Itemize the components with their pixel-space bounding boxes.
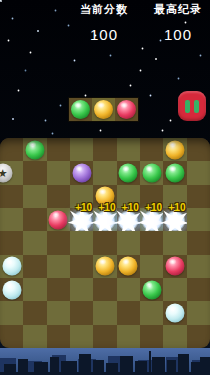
ball-cyan[interactable] bbox=[165, 303, 184, 322]
board-cell[interactable] bbox=[23, 278, 46, 301]
board-cell[interactable] bbox=[117, 325, 140, 348]
board-cell[interactable] bbox=[23, 325, 46, 348]
board-cell[interactable] bbox=[140, 325, 163, 348]
board-cell[interactable] bbox=[47, 185, 70, 208]
board-cell[interactable] bbox=[117, 255, 140, 278]
board-cell[interactable] bbox=[187, 161, 210, 184]
board-cell[interactable] bbox=[163, 138, 186, 161]
board-cell[interactable] bbox=[140, 138, 163, 161]
board-cell[interactable] bbox=[187, 325, 210, 348]
board-cell[interactable] bbox=[93, 231, 116, 254]
pause-icon bbox=[194, 100, 199, 113]
ball-gray-star[interactable]: ★ bbox=[0, 163, 12, 182]
best-score-label: 最高纪录 bbox=[143, 2, 210, 17]
board-cell[interactable]: ★ bbox=[0, 161, 23, 184]
board-cell[interactable] bbox=[47, 208, 70, 231]
board-cell[interactable] bbox=[47, 161, 70, 184]
board-cell[interactable] bbox=[163, 278, 186, 301]
board-cell[interactable] bbox=[187, 231, 210, 254]
score-popup: +10 bbox=[164, 202, 189, 213]
ball-green[interactable] bbox=[25, 140, 44, 159]
board-cell[interactable] bbox=[0, 231, 23, 254]
board-cell[interactable] bbox=[117, 231, 140, 254]
current-score-value: 100 bbox=[69, 26, 139, 43]
board-cell[interactable] bbox=[93, 138, 116, 161]
board-cell[interactable] bbox=[0, 278, 23, 301]
board-cell[interactable] bbox=[70, 325, 93, 348]
score-popup: +10 bbox=[71, 202, 96, 213]
preview-ball-green bbox=[71, 100, 90, 119]
board-cell[interactable] bbox=[23, 255, 46, 278]
board-cell[interactable] bbox=[187, 138, 210, 161]
board-cell[interactable] bbox=[93, 325, 116, 348]
board-cell[interactable] bbox=[70, 301, 93, 324]
board-cell[interactable] bbox=[0, 138, 23, 161]
board-cell[interactable] bbox=[117, 301, 140, 324]
board-cell[interactable] bbox=[163, 231, 186, 254]
board-cell[interactable]: +10 bbox=[163, 208, 186, 231]
board-cell[interactable] bbox=[0, 301, 23, 324]
board-cell[interactable] bbox=[23, 301, 46, 324]
current-score-label: 当前分数 bbox=[69, 2, 139, 17]
pause-button[interactable] bbox=[178, 91, 206, 121]
board-cell[interactable] bbox=[117, 138, 140, 161]
explosion-burst bbox=[164, 210, 186, 232]
game-board: ★+10+10+10+10+10 bbox=[0, 138, 210, 348]
board-cell[interactable] bbox=[187, 278, 210, 301]
board-cell[interactable] bbox=[187, 255, 210, 278]
current-score: 当前分数 100 bbox=[69, 2, 139, 43]
board-cell[interactable] bbox=[93, 161, 116, 184]
pause-icon bbox=[185, 100, 190, 113]
board-cell[interactable] bbox=[187, 301, 210, 324]
board-cell[interactable] bbox=[163, 161, 186, 184]
preview-cell bbox=[115, 98, 138, 121]
board-cell[interactable] bbox=[140, 278, 163, 301]
ball-green[interactable] bbox=[142, 280, 161, 299]
star-icon: ★ bbox=[0, 163, 12, 182]
best-score: 最高纪录 100 bbox=[143, 2, 210, 43]
board-cell[interactable] bbox=[0, 185, 23, 208]
board-cell[interactable] bbox=[23, 208, 46, 231]
board-cell[interactable] bbox=[0, 208, 23, 231]
score-popup: +10 bbox=[118, 202, 143, 213]
ball-yellow[interactable] bbox=[119, 257, 138, 276]
best-score-value: 100 bbox=[143, 26, 210, 43]
ball-purple[interactable] bbox=[72, 163, 91, 182]
board-cell[interactable] bbox=[140, 161, 163, 184]
board-cell[interactable]: +10 bbox=[93, 208, 116, 231]
explosion-burst bbox=[71, 210, 93, 232]
city-skyline bbox=[0, 348, 210, 375]
ball-green[interactable] bbox=[142, 163, 161, 182]
board-cell[interactable]: +10 bbox=[70, 208, 93, 231]
board-cell[interactable] bbox=[47, 255, 70, 278]
board-cell[interactable] bbox=[93, 278, 116, 301]
starfield-bright bbox=[0, 0, 2, 2]
board-cell[interactable] bbox=[140, 255, 163, 278]
explosion-burst bbox=[117, 210, 139, 232]
board-cell[interactable] bbox=[0, 255, 23, 278]
board-cell[interactable] bbox=[23, 138, 46, 161]
next-balls-preview bbox=[68, 97, 139, 122]
board-cell[interactable] bbox=[23, 161, 46, 184]
ball-red[interactable] bbox=[49, 210, 68, 229]
board-cell[interactable] bbox=[117, 161, 140, 184]
board-cell[interactable] bbox=[23, 185, 46, 208]
score-popup: +10 bbox=[94, 202, 119, 213]
explosion-burst bbox=[94, 210, 116, 232]
board-cell[interactable]: +10 bbox=[117, 208, 140, 231]
preview-ball-yellow bbox=[94, 100, 113, 119]
board-cell[interactable] bbox=[187, 208, 210, 231]
board-cell[interactable] bbox=[70, 231, 93, 254]
board-cell[interactable] bbox=[23, 231, 46, 254]
preview-cell bbox=[92, 98, 115, 121]
board-cell[interactable] bbox=[47, 301, 70, 324]
board-cell[interactable]: +10 bbox=[140, 208, 163, 231]
board-cell[interactable] bbox=[93, 301, 116, 324]
ball-green[interactable] bbox=[165, 163, 184, 182]
board-cell[interactable] bbox=[47, 231, 70, 254]
board-cell[interactable] bbox=[93, 255, 116, 278]
board-cell[interactable] bbox=[47, 325, 70, 348]
preview-ball-red bbox=[117, 100, 136, 119]
board-cell[interactable] bbox=[47, 138, 70, 161]
board-cell[interactable] bbox=[47, 278, 70, 301]
board-cell[interactable] bbox=[140, 231, 163, 254]
board-cell[interactable] bbox=[163, 255, 186, 278]
board-cell[interactable] bbox=[187, 185, 210, 208]
preview-cell bbox=[69, 98, 92, 121]
ball-yellow[interactable] bbox=[95, 257, 114, 276]
ball-green[interactable] bbox=[119, 163, 138, 182]
board-cell[interactable] bbox=[70, 255, 93, 278]
board-cell[interactable] bbox=[163, 301, 186, 324]
board-cell[interactable] bbox=[140, 301, 163, 324]
ball-cyan[interactable] bbox=[2, 280, 21, 299]
board-cell[interactable] bbox=[117, 278, 140, 301]
board-cell[interactable] bbox=[70, 161, 93, 184]
board-cell[interactable] bbox=[70, 278, 93, 301]
ball-cyan[interactable] bbox=[2, 257, 21, 276]
ball-yellow[interactable] bbox=[165, 140, 184, 159]
ball-red[interactable] bbox=[165, 257, 184, 276]
board-cell[interactable] bbox=[70, 138, 93, 161]
score-popup: +10 bbox=[141, 202, 166, 213]
board-cell[interactable] bbox=[163, 325, 186, 348]
game-screen: 当前分数 100 最高纪录 100 ★+10+10+10+10+10 bbox=[0, 0, 210, 375]
explosion-burst bbox=[141, 210, 163, 232]
board-cell[interactable] bbox=[0, 325, 23, 348]
